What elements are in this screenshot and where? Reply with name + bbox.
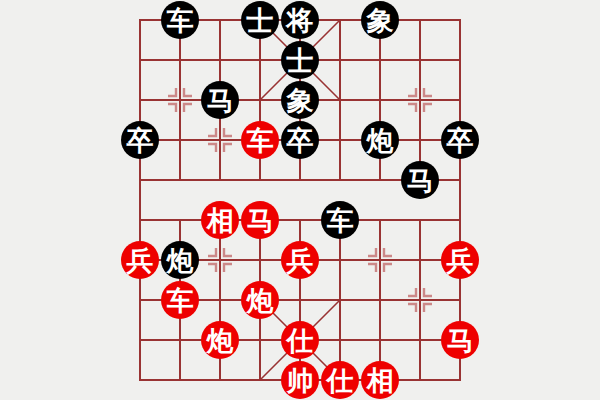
board-cell[interactable]: 炮 xyxy=(200,320,240,360)
board-cell[interactable] xyxy=(120,40,160,80)
board-cell[interactable] xyxy=(200,40,240,80)
piece-black-advisor[interactable]: 士 xyxy=(281,41,319,79)
board-cell[interactable] xyxy=(360,320,400,360)
board-cell[interactable] xyxy=(400,0,440,40)
piece-red-cannon[interactable]: 炮 xyxy=(201,321,239,359)
piece-red-soldier[interactable]: 兵 xyxy=(441,241,479,279)
board-cell[interactable]: 车 xyxy=(160,280,200,320)
piece-red-soldier[interactable]: 兵 xyxy=(121,241,159,279)
board-cell[interactable] xyxy=(360,40,400,80)
board-cell[interactable] xyxy=(440,80,480,120)
board-cell[interactable]: 炮 xyxy=(160,240,200,280)
piece-black-elephant[interactable]: 象 xyxy=(361,1,399,39)
board-cell[interactable] xyxy=(320,0,360,40)
board-cell[interactable] xyxy=(120,320,160,360)
board-cell[interactable] xyxy=(200,0,240,40)
board-cell[interactable] xyxy=(320,320,360,360)
board-cell[interactable] xyxy=(440,360,480,400)
board-cell[interactable]: 马 xyxy=(440,320,480,360)
board-cell[interactable] xyxy=(120,80,160,120)
board-cells: 车士将象士马象卒车卒炮卒马相马车兵炮兵兵车炮炮仕马帅仕相 xyxy=(120,0,480,400)
board-cell[interactable]: 相 xyxy=(360,360,400,400)
board-cell[interactable]: 马 xyxy=(200,80,240,120)
board-cell[interactable] xyxy=(400,240,440,280)
board-cell[interactable] xyxy=(200,120,240,160)
board-cell[interactable] xyxy=(320,80,360,120)
piece-red-horse[interactable]: 马 xyxy=(241,201,279,239)
piece-black-cannon[interactable]: 炮 xyxy=(361,121,399,159)
board-cell[interactable] xyxy=(440,280,480,320)
board-cell[interactable] xyxy=(360,80,400,120)
board-cell[interactable]: 士 xyxy=(280,40,320,80)
board-cell[interactable]: 卒 xyxy=(120,120,160,160)
board-cell[interactable]: 车 xyxy=(320,200,360,240)
board-cell[interactable] xyxy=(320,240,360,280)
board-cell[interactable]: 马 xyxy=(400,160,440,200)
board-cell[interactable] xyxy=(240,240,280,280)
piece-black-horse[interactable]: 马 xyxy=(201,81,239,119)
board-cell[interactable]: 仕 xyxy=(320,360,360,400)
board-cell[interactable] xyxy=(200,360,240,400)
piece-black-elephant[interactable]: 象 xyxy=(281,81,319,119)
board-cell[interactable] xyxy=(360,160,400,200)
piece-black-soldier[interactable]: 卒 xyxy=(441,121,479,159)
board-cell[interactable] xyxy=(240,160,280,200)
board-cell[interactable] xyxy=(440,0,480,40)
board-cell[interactable] xyxy=(120,200,160,240)
piece-red-horse[interactable]: 马 xyxy=(441,321,479,359)
board-cell[interactable] xyxy=(280,280,320,320)
piece-black-soldier[interactable]: 卒 xyxy=(121,121,159,159)
board-cell[interactable]: 帅 xyxy=(280,360,320,400)
piece-red-advisor[interactable]: 仕 xyxy=(281,321,319,359)
board-cell[interactable] xyxy=(280,200,320,240)
board-cell[interactable] xyxy=(160,120,200,160)
board-cell[interactable]: 兵 xyxy=(120,240,160,280)
board-cell[interactable] xyxy=(320,40,360,80)
board-cell[interactable] xyxy=(400,120,440,160)
board-cell[interactable]: 炮 xyxy=(360,120,400,160)
piece-red-advisor[interactable]: 仕 xyxy=(321,361,359,399)
board-cell[interactable] xyxy=(160,320,200,360)
piece-red-elephant[interactable]: 相 xyxy=(361,361,399,399)
board-cell[interactable]: 士 xyxy=(240,0,280,40)
piece-black-soldier[interactable]: 卒 xyxy=(281,121,319,159)
board-cell[interactable] xyxy=(240,80,280,120)
board-cell[interactable] xyxy=(120,0,160,40)
board-cell[interactable]: 卒 xyxy=(280,120,320,160)
board-cell[interactable] xyxy=(400,200,440,240)
board-cell[interactable] xyxy=(400,320,440,360)
piece-black-cannon[interactable]: 炮 xyxy=(161,241,199,279)
board-cell[interactable] xyxy=(160,160,200,200)
board-background: 车士将象士马象卒车卒炮卒马相马车兵炮兵兵车炮炮仕马帅仕相 xyxy=(0,0,600,400)
board-cell[interactable] xyxy=(320,120,360,160)
piece-red-elephant[interactable]: 相 xyxy=(201,201,239,239)
board-cell[interactable] xyxy=(240,40,280,80)
board-cell[interactable]: 相 xyxy=(200,200,240,240)
board-cell[interactable]: 炮 xyxy=(240,280,280,320)
board-cell[interactable]: 将 xyxy=(280,0,320,40)
piece-red-cannon[interactable]: 炮 xyxy=(241,281,279,319)
board-cell[interactable] xyxy=(200,240,240,280)
board-cell[interactable] xyxy=(440,200,480,240)
board-cell[interactable]: 象 xyxy=(360,0,400,40)
board-cell[interactable] xyxy=(360,200,400,240)
board-cell[interactable] xyxy=(120,160,160,200)
board-cell[interactable]: 车 xyxy=(160,0,200,40)
piece-red-chariot[interactable]: 车 xyxy=(161,281,199,319)
board-cell[interactable] xyxy=(400,40,440,80)
board-cell[interactable] xyxy=(440,160,480,200)
board-cell[interactable] xyxy=(440,40,480,80)
board-cell[interactable] xyxy=(320,280,360,320)
board-cell[interactable]: 仕 xyxy=(280,320,320,360)
board-cell[interactable] xyxy=(200,280,240,320)
board-cell[interactable]: 马 xyxy=(240,200,280,240)
piece-black-advisor[interactable]: 士 xyxy=(241,1,279,39)
board-cell[interactable]: 卒 xyxy=(440,120,480,160)
piece-red-general[interactable]: 帅 xyxy=(281,361,319,399)
board-cell[interactable] xyxy=(360,240,400,280)
board-cell[interactable] xyxy=(160,80,200,120)
board-cell[interactable] xyxy=(400,360,440,400)
piece-red-soldier[interactable]: 兵 xyxy=(281,241,319,279)
board-cell[interactable] xyxy=(200,160,240,200)
piece-black-general[interactable]: 将 xyxy=(281,1,319,39)
piece-black-horse[interactable]: 马 xyxy=(401,161,439,199)
board-cell[interactable]: 兵 xyxy=(440,240,480,280)
board-cell[interactable]: 象 xyxy=(280,80,320,120)
board-cell[interactable] xyxy=(120,280,160,320)
piece-black-chariot[interactable]: 车 xyxy=(161,1,199,39)
board-cell[interactable] xyxy=(400,80,440,120)
board-cell[interactable]: 兵 xyxy=(280,240,320,280)
board-cell[interactable] xyxy=(240,320,280,360)
board-cell[interactable] xyxy=(120,360,160,400)
piece-black-chariot[interactable]: 车 xyxy=(321,201,359,239)
board-cell[interactable] xyxy=(360,280,400,320)
board-cell[interactable]: 车 xyxy=(240,120,280,160)
board-cell[interactable] xyxy=(320,160,360,200)
board-cell[interactable] xyxy=(160,200,200,240)
board-cell[interactable] xyxy=(280,160,320,200)
board-cell[interactable] xyxy=(160,40,200,80)
board-cell[interactable] xyxy=(400,280,440,320)
xiangqi-board: 车士将象士马象卒车卒炮卒马相马车兵炮兵兵车炮炮仕马帅仕相 xyxy=(120,0,480,400)
board-cell[interactable] xyxy=(240,360,280,400)
board-cell[interactable] xyxy=(160,360,200,400)
piece-red-chariot[interactable]: 车 xyxy=(241,121,279,159)
